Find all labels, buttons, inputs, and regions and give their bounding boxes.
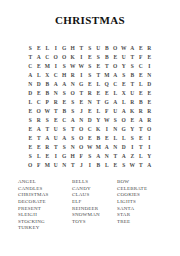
grid-cell[interactable]: E bbox=[94, 89, 103, 98]
grid-cell[interactable]: S bbox=[69, 98, 78, 107]
word-item: PRESENT bbox=[18, 206, 72, 213]
grid-cell[interactable]: T bbox=[77, 89, 86, 98]
grid-cell[interactable]: M bbox=[94, 142, 103, 151]
grid-cell[interactable]: E bbox=[120, 80, 129, 89]
grid-cell[interactable]: O bbox=[145, 124, 154, 133]
grid-cell[interactable]: E bbox=[103, 89, 112, 98]
grid-cell[interactable]: T bbox=[69, 124, 78, 133]
grid-cell[interactable]: E bbox=[86, 80, 95, 89]
grid-cell[interactable]: T bbox=[94, 98, 103, 107]
grid-cell[interactable]: L bbox=[111, 89, 120, 98]
grid-cell[interactable]: H bbox=[69, 151, 78, 160]
grid-cell[interactable]: W bbox=[77, 62, 86, 71]
grid-cell[interactable]: O bbox=[52, 53, 61, 62]
grid-cell[interactable]: S bbox=[60, 62, 69, 71]
grid-cell[interactable]: L bbox=[35, 151, 44, 160]
word-list-column-3: BOWCELEBRATECOOKIESLIGHTSSANTASTARTREE bbox=[117, 179, 172, 232]
grid-cell[interactable]: O bbox=[120, 116, 129, 125]
grid-cell[interactable]: R bbox=[128, 98, 137, 107]
word-item: LIGHTS bbox=[117, 199, 172, 206]
word-item: CANDLES bbox=[18, 186, 72, 193]
grid-cell[interactable]: D bbox=[26, 89, 35, 98]
grid-cell[interactable]: L bbox=[103, 160, 112, 169]
grid-cell[interactable]: E bbox=[137, 89, 146, 98]
grid-cell[interactable]: E bbox=[145, 53, 154, 62]
grid-cell[interactable]: N bbox=[145, 71, 154, 80]
grid-cell[interactable]: I bbox=[86, 160, 95, 169]
grid-cell[interactable]: U bbox=[120, 53, 129, 62]
grid-cell[interactable]: G bbox=[60, 44, 69, 53]
grid-cell[interactable]: W bbox=[128, 160, 137, 169]
grid-cell[interactable]: Y bbox=[94, 116, 103, 125]
grid-cell[interactable]: I bbox=[77, 53, 86, 62]
grid-cell[interactable]: T bbox=[111, 151, 120, 160]
grid-cell[interactable]: T bbox=[35, 133, 44, 142]
word-item: CELEBRATE bbox=[117, 186, 172, 193]
grid-cell[interactable]: S bbox=[120, 71, 129, 80]
grid-cell[interactable]: X bbox=[43, 71, 52, 80]
grid-cell[interactable]: L bbox=[137, 80, 146, 89]
word-item: ELF bbox=[72, 199, 117, 206]
word-item: BELLS bbox=[72, 179, 117, 186]
grid-cell[interactable]: U bbox=[111, 107, 120, 116]
grid-cell[interactable]: R bbox=[145, 116, 154, 125]
word-list-column-2: BELLSCANDYCLAUSELFREINDEERSNOWMANTOYS bbox=[72, 179, 117, 232]
grid-cell[interactable]: L bbox=[137, 151, 146, 160]
grid-cell[interactable]: I bbox=[145, 133, 154, 142]
grid-cell[interactable]: A bbox=[69, 116, 78, 125]
grid-cell[interactable]: N bbox=[103, 151, 112, 160]
grid-cell[interactable]: C bbox=[111, 80, 120, 89]
grid-cell[interactable]: N bbox=[77, 116, 86, 125]
grid-cell[interactable]: L bbox=[94, 107, 103, 116]
grid-cell[interactable]: E bbox=[86, 133, 95, 142]
grid-cell[interactable]: E bbox=[35, 89, 44, 98]
grid-cell[interactable]: W bbox=[103, 116, 112, 125]
word-list: ANGELCANDLESCHRISTMASDECORATEPRESENTSLEI… bbox=[18, 179, 180, 232]
grid-cell[interactable]: C bbox=[60, 116, 69, 125]
grid-cell[interactable]: S bbox=[69, 133, 78, 142]
grid-cell[interactable]: B bbox=[103, 53, 112, 62]
grid-cell[interactable]: P bbox=[43, 98, 52, 107]
grid-cell[interactable]: S bbox=[60, 89, 69, 98]
grid-cell[interactable]: T bbox=[69, 160, 78, 169]
word-item: REINDEER bbox=[72, 206, 117, 213]
grid-cell[interactable]: T bbox=[43, 124, 52, 133]
grid-cell[interactable]: G bbox=[103, 98, 112, 107]
grid-cell[interactable]: F bbox=[137, 53, 146, 62]
grid-cell[interactable]: B bbox=[43, 89, 52, 98]
word-item: BOW bbox=[117, 179, 172, 186]
grid-cell[interactable]: K bbox=[69, 53, 78, 62]
grid-cell[interactable]: L bbox=[35, 71, 44, 80]
grid-cell[interactable]: U bbox=[52, 124, 61, 133]
grid-cell[interactable]: R bbox=[86, 89, 95, 98]
grid-cell[interactable]: E bbox=[111, 160, 120, 169]
grid-cell[interactable]: S bbox=[94, 53, 103, 62]
grid-cell[interactable]: L bbox=[94, 80, 103, 89]
grid-cell[interactable]: S bbox=[26, 44, 35, 53]
grid-cell[interactable]: X bbox=[120, 89, 129, 98]
grid-cell[interactable]: I bbox=[52, 44, 61, 53]
grid-cell[interactable]: O bbox=[60, 53, 69, 62]
grid-cell[interactable]: Q bbox=[103, 80, 112, 89]
grid-cell[interactable]: E bbox=[137, 71, 146, 80]
grid-cell[interactable]: E bbox=[111, 53, 120, 62]
word-item: TREE bbox=[117, 219, 172, 226]
grid-cell[interactable]: R bbox=[52, 98, 61, 107]
grid-cell[interactable]: N bbox=[60, 160, 69, 169]
grid-cell[interactable]: Z bbox=[128, 151, 137, 160]
word-item: SANTA bbox=[117, 206, 172, 213]
word-item: SNOWMAN bbox=[72, 212, 117, 219]
grid-cell[interactable]: E bbox=[145, 98, 154, 107]
grid-cell[interactable]: S bbox=[86, 151, 95, 160]
grid-cell[interactable]: A bbox=[94, 151, 103, 160]
grid-cell[interactable]: F bbox=[77, 151, 86, 160]
grid-cell[interactable]: T bbox=[137, 124, 146, 133]
grid-cell[interactable]: N bbox=[111, 124, 120, 133]
grid-cell[interactable]: S bbox=[43, 116, 52, 125]
grid-cell[interactable]: A bbox=[35, 53, 44, 62]
grid-cell[interactable]: E bbox=[26, 142, 35, 151]
grid-cell[interactable]: C bbox=[26, 62, 35, 71]
grid-cell[interactable]: R bbox=[43, 142, 52, 151]
grid-cell[interactable]: E bbox=[137, 44, 146, 53]
grid-cell[interactable]: A bbox=[52, 80, 61, 89]
grid-cell[interactable]: T bbox=[94, 71, 103, 80]
grid-cell[interactable]: M bbox=[43, 62, 52, 71]
grid-cell[interactable]: R bbox=[145, 44, 154, 53]
grid-cell[interactable]: T bbox=[137, 160, 146, 169]
word-item: STAR bbox=[117, 212, 172, 219]
page-title: CHRISTMAS bbox=[0, 14, 180, 26]
grid-cell[interactable]: S bbox=[120, 160, 129, 169]
grid-cell[interactable]: A bbox=[120, 151, 129, 160]
grid-cell[interactable]: E bbox=[145, 89, 154, 98]
grid-cell[interactable]: L bbox=[120, 133, 129, 142]
grid-cell[interactable]: R bbox=[69, 71, 78, 80]
word-item: COOKIES bbox=[117, 192, 172, 199]
word-grid: SELIGHTSUBOWAERTACOOKIESBEUTFECEMISWWSET… bbox=[26, 44, 180, 169]
grid-cell[interactable]: S bbox=[26, 151, 35, 160]
grid-cell[interactable]: N bbox=[86, 98, 95, 107]
grid-cell[interactable]: I bbox=[52, 151, 61, 160]
grid-cell[interactable]: H bbox=[69, 44, 78, 53]
grid-cell[interactable]: L bbox=[111, 133, 120, 142]
grid-cell[interactable]: K bbox=[94, 124, 103, 133]
word-item: SLEIGH bbox=[18, 212, 72, 219]
grid-cell[interactable]: I bbox=[145, 62, 154, 71]
grid-cell[interactable]: E bbox=[86, 53, 95, 62]
grid-cell[interactable]: C bbox=[35, 98, 44, 107]
word-item: STOCKING bbox=[18, 219, 72, 226]
grid-cell[interactable]: E bbox=[52, 116, 61, 125]
grid-cell[interactable]: C bbox=[43, 53, 52, 62]
grid-cell[interactable]: C bbox=[52, 71, 61, 80]
grid-cell[interactable]: D bbox=[86, 116, 95, 125]
grid-cell[interactable]: G bbox=[120, 124, 129, 133]
grid-cell[interactable]: U bbox=[52, 133, 61, 142]
grid-cell[interactable]: T bbox=[52, 107, 61, 116]
grid-cell[interactable]: N bbox=[52, 89, 61, 98]
grid-cell[interactable]: O bbox=[77, 124, 86, 133]
grid-cell[interactable]: B bbox=[103, 44, 112, 53]
grid-cell[interactable]: A bbox=[26, 71, 35, 80]
grid-cell[interactable]: E bbox=[128, 116, 137, 125]
grid-cell[interactable]: W bbox=[43, 107, 52, 116]
grid-cell[interactable]: T bbox=[128, 53, 137, 62]
grid-cell[interactable]: W bbox=[86, 142, 95, 151]
grid-cell[interactable]: U bbox=[128, 89, 137, 98]
grid-cell[interactable]: C bbox=[86, 124, 95, 133]
grid-cell[interactable]: M bbox=[103, 71, 112, 80]
grid-cell[interactable]: B bbox=[128, 71, 137, 80]
grid-cell[interactable]: B bbox=[43, 80, 52, 89]
grid-cell[interactable]: B bbox=[137, 98, 146, 107]
grid-cell[interactable]: A bbox=[60, 80, 69, 89]
grid-cell[interactable]: Y bbox=[128, 124, 137, 133]
grid-cell[interactable]: T bbox=[137, 142, 146, 151]
grid-cell[interactable]: O bbox=[69, 89, 78, 98]
grid-cell[interactable]: A bbox=[35, 124, 44, 133]
grid-cell[interactable]: B bbox=[60, 107, 69, 116]
grid-cell[interactable]: K bbox=[128, 107, 137, 116]
grid-cell[interactable]: N bbox=[26, 80, 35, 89]
grid-cell[interactable]: S bbox=[60, 124, 69, 133]
grid-cell[interactable]: S bbox=[86, 62, 95, 71]
grid-cell[interactable]: S bbox=[69, 107, 78, 116]
grid-cell[interactable]: Y bbox=[145, 151, 154, 160]
grid-cell[interactable]: E bbox=[35, 62, 44, 71]
grid-cell[interactable]: J bbox=[77, 107, 86, 116]
grid-cell[interactable]: E bbox=[35, 142, 44, 151]
grid-cell[interactable]: I bbox=[145, 142, 154, 151]
grid-cell[interactable]: G bbox=[60, 151, 69, 160]
grid-cell[interactable]: W bbox=[120, 44, 129, 53]
grid-cell[interactable]: E bbox=[26, 124, 35, 133]
grid-cell[interactable]: R bbox=[145, 107, 154, 116]
grid-cell[interactable]: O bbox=[26, 160, 35, 169]
grid-cell[interactable]: E bbox=[86, 107, 95, 116]
word-item: CHRISTMAS bbox=[18, 192, 72, 199]
grid-cell[interactable]: E bbox=[77, 98, 86, 107]
grid-cell[interactable]: Y bbox=[120, 62, 129, 71]
word-list-column-1: ANGELCANDLESCHRISTMASDECORATEPRESENTSLEI… bbox=[18, 179, 72, 232]
grid-cell[interactable]: T bbox=[103, 62, 112, 71]
grid-cell[interactable]: U bbox=[94, 44, 103, 53]
grid-cell[interactable]: W bbox=[69, 62, 78, 71]
grid-cell[interactable]: A bbox=[145, 160, 154, 169]
grid-cell[interactable]: N bbox=[111, 142, 120, 151]
grid-cell[interactable]: R bbox=[35, 116, 44, 125]
word-item: CLAUS bbox=[72, 192, 117, 199]
grid-cell[interactable]: R bbox=[137, 107, 146, 116]
grid-cell[interactable]: N bbox=[69, 80, 78, 89]
word-item: DECORATE bbox=[18, 199, 72, 206]
word-item: CANDY bbox=[72, 186, 117, 193]
grid-cell[interactable]: L bbox=[26, 98, 35, 107]
grid-cell[interactable]: A bbox=[60, 133, 69, 142]
grid-cell[interactable]: A bbox=[120, 107, 129, 116]
grid-cell[interactable]: A bbox=[137, 116, 146, 125]
grid-cell[interactable]: I bbox=[52, 62, 61, 71]
grid-cell[interactable]: D bbox=[145, 80, 154, 89]
grid-cell[interactable]: A bbox=[111, 98, 120, 107]
grid-cell[interactable]: E bbox=[26, 107, 35, 116]
grid-cell[interactable]: O bbox=[35, 107, 44, 116]
grid-cell[interactable]: H bbox=[60, 71, 69, 80]
grid-cell[interactable]: D bbox=[120, 142, 129, 151]
grid-cell[interactable]: I bbox=[77, 71, 86, 80]
word-item: TOYS bbox=[72, 219, 117, 226]
grid-cell[interactable]: F bbox=[103, 107, 112, 116]
grid-cell[interactable]: G bbox=[77, 80, 86, 89]
grid-cell[interactable]: E bbox=[60, 98, 69, 107]
grid-cell[interactable]: I bbox=[128, 142, 137, 151]
grid-cell[interactable]: O bbox=[77, 133, 86, 142]
grid-cell[interactable]: S bbox=[60, 142, 69, 151]
grid-cell[interactable]: S bbox=[86, 44, 95, 53]
grid-cell[interactable]: M bbox=[43, 160, 52, 169]
grid-cell[interactable]: T bbox=[26, 53, 35, 62]
grid-cell[interactable]: S bbox=[111, 116, 120, 125]
grid-cell[interactable]: N bbox=[69, 142, 78, 151]
word-item: ANGEL bbox=[18, 179, 72, 186]
grid-cell[interactable]: C bbox=[137, 62, 146, 71]
grid-cell[interactable]: L bbox=[43, 44, 52, 53]
grid-cell[interactable]: E bbox=[43, 151, 52, 160]
grid-cell[interactable]: O bbox=[77, 142, 86, 151]
grid-cell[interactable]: T bbox=[128, 80, 137, 89]
grid-cell[interactable]: B bbox=[94, 160, 103, 169]
grid-cell[interactable]: I bbox=[103, 124, 112, 133]
grid-cell[interactable]: S bbox=[86, 71, 95, 80]
grid-cell[interactable]: A bbox=[43, 133, 52, 142]
grid-cell[interactable]: O bbox=[111, 62, 120, 71]
grid-cell[interactable]: S bbox=[128, 133, 137, 142]
word-item: TURKEY bbox=[18, 225, 72, 232]
grid-cell[interactable]: D bbox=[35, 80, 44, 89]
grid-cell[interactable]: E bbox=[35, 44, 44, 53]
grid-cell[interactable]: A bbox=[103, 142, 112, 151]
grid-cell[interactable]: S bbox=[26, 116, 35, 125]
grid-cell[interactable]: L bbox=[120, 98, 129, 107]
grid-cell[interactable]: O bbox=[111, 44, 120, 53]
grid-cell[interactable]: E bbox=[94, 62, 103, 71]
grid-cell[interactable]: T bbox=[52, 142, 61, 151]
grid-cell[interactable]: E bbox=[103, 133, 112, 142]
grid-cell[interactable]: S bbox=[128, 62, 137, 71]
grid-cell[interactable]: A bbox=[111, 71, 120, 80]
grid-cell[interactable]: B bbox=[94, 133, 103, 142]
grid-cell[interactable]: F bbox=[35, 160, 44, 169]
grid-cell[interactable]: T bbox=[77, 44, 86, 53]
grid-cell[interactable]: E bbox=[137, 133, 146, 142]
grid-cell[interactable]: E bbox=[26, 133, 35, 142]
grid-cell[interactable]: A bbox=[128, 44, 137, 53]
grid-cell[interactable]: J bbox=[77, 160, 86, 169]
grid-cell[interactable]: U bbox=[52, 160, 61, 169]
